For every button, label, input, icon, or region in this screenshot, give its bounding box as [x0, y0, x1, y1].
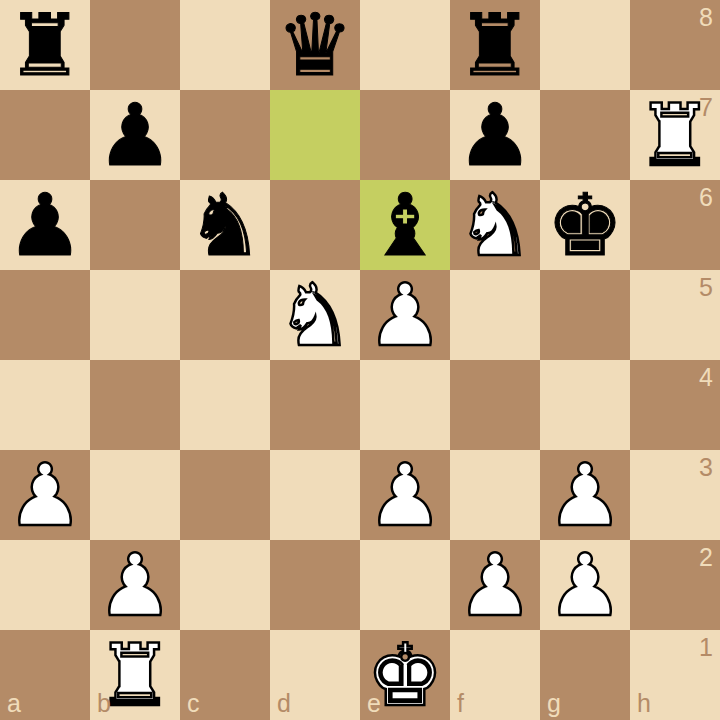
file-label-c: c — [187, 691, 200, 716]
square-e4[interactable] — [360, 360, 450, 450]
file-label-h: h — [637, 691, 651, 716]
square-g6[interactable]: ♚ — [540, 180, 630, 270]
square-g8[interactable] — [540, 0, 630, 90]
square-b1[interactable]: b♜ — [90, 630, 180, 720]
rank-label-2: 2 — [699, 545, 713, 570]
piece-white-pawn-f2[interactable]: ♟ — [450, 540, 540, 630]
square-e5[interactable]: ♟ — [360, 270, 450, 360]
square-e1[interactable]: e♚ — [360, 630, 450, 720]
square-d7[interactable] — [270, 90, 360, 180]
square-a2[interactable] — [0, 540, 90, 630]
square-c6[interactable]: ♞ — [180, 180, 270, 270]
square-f7[interactable]: ♟ — [450, 90, 540, 180]
square-h2[interactable]: 2 — [630, 540, 720, 630]
square-h5[interactable]: 5 — [630, 270, 720, 360]
square-b6[interactable] — [90, 180, 180, 270]
square-f8[interactable]: ♜ — [450, 0, 540, 90]
piece-white-pawn-a3[interactable]: ♟ — [0, 450, 90, 540]
square-f2[interactable]: ♟ — [450, 540, 540, 630]
piece-white-knight-d5[interactable]: ♞ — [270, 270, 360, 360]
rank-label-3: 3 — [699, 455, 713, 480]
rank-label-4: 4 — [699, 365, 713, 390]
square-h1[interactable]: 1h — [630, 630, 720, 720]
square-c7[interactable] — [180, 90, 270, 180]
piece-white-pawn-g2[interactable]: ♟ — [540, 540, 630, 630]
piece-white-king-e1[interactable]: ♚ — [360, 630, 450, 720]
square-f5[interactable] — [450, 270, 540, 360]
piece-black-bishop-e6[interactable]: ♝ — [360, 180, 450, 270]
square-h3[interactable]: 3 — [630, 450, 720, 540]
square-e8[interactable] — [360, 0, 450, 90]
square-c3[interactable] — [180, 450, 270, 540]
square-c4[interactable] — [180, 360, 270, 450]
square-d2[interactable] — [270, 540, 360, 630]
piece-black-pawn-b7[interactable]: ♟ — [90, 90, 180, 180]
square-b4[interactable] — [90, 360, 180, 450]
piece-white-pawn-e3[interactable]: ♟ — [360, 450, 450, 540]
square-b5[interactable] — [90, 270, 180, 360]
square-d5[interactable]: ♞ — [270, 270, 360, 360]
square-c1[interactable]: c — [180, 630, 270, 720]
square-g7[interactable] — [540, 90, 630, 180]
square-a1[interactable]: a — [0, 630, 90, 720]
square-g4[interactable] — [540, 360, 630, 450]
square-a5[interactable] — [0, 270, 90, 360]
rank-label-1: 1 — [699, 635, 713, 660]
square-d8[interactable]: ♛ — [270, 0, 360, 90]
square-a7[interactable] — [0, 90, 90, 180]
file-label-a: a — [7, 691, 21, 716]
square-b2[interactable]: ♟ — [90, 540, 180, 630]
square-c5[interactable] — [180, 270, 270, 360]
square-b7[interactable]: ♟ — [90, 90, 180, 180]
square-g3[interactable]: ♟ — [540, 450, 630, 540]
piece-white-pawn-g3[interactable]: ♟ — [540, 450, 630, 540]
square-b8[interactable] — [90, 0, 180, 90]
square-h6[interactable]: 6 — [630, 180, 720, 270]
square-h7[interactable]: 7♜ — [630, 90, 720, 180]
square-e2[interactable] — [360, 540, 450, 630]
square-f6[interactable]: ♞ — [450, 180, 540, 270]
piece-black-king-g6[interactable]: ♚ — [540, 180, 630, 270]
piece-white-rook-h7[interactable]: ♜ — [630, 90, 720, 180]
square-h4[interactable]: 4 — [630, 360, 720, 450]
file-label-g: g — [547, 691, 561, 716]
square-c2[interactable] — [180, 540, 270, 630]
piece-black-pawn-f7[interactable]: ♟ — [450, 90, 540, 180]
piece-white-rook-b1[interactable]: ♜ — [90, 630, 180, 720]
piece-white-pawn-b2[interactable]: ♟ — [90, 540, 180, 630]
piece-black-pawn-a6[interactable]: ♟ — [0, 180, 90, 270]
square-g2[interactable]: ♟ — [540, 540, 630, 630]
square-f4[interactable] — [450, 360, 540, 450]
rank-label-5: 5 — [699, 275, 713, 300]
square-a3[interactable]: ♟ — [0, 450, 90, 540]
rank-label-8: 8 — [699, 5, 713, 30]
piece-black-knight-c6[interactable]: ♞ — [180, 180, 270, 270]
square-f1[interactable]: f — [450, 630, 540, 720]
rank-label-6: 6 — [699, 185, 713, 210]
piece-black-rook-a8[interactable]: ♜ — [0, 0, 90, 90]
square-b3[interactable] — [90, 450, 180, 540]
square-e6[interactable]: ♝ — [360, 180, 450, 270]
square-f3[interactable] — [450, 450, 540, 540]
square-a8[interactable]: ♜ — [0, 0, 90, 90]
square-d6[interactable] — [270, 180, 360, 270]
file-label-f: f — [457, 691, 464, 716]
piece-black-queen-d8[interactable]: ♛ — [270, 0, 360, 90]
square-a4[interactable] — [0, 360, 90, 450]
square-d3[interactable] — [270, 450, 360, 540]
square-h8[interactable]: 8 — [630, 0, 720, 90]
square-a6[interactable]: ♟ — [0, 180, 90, 270]
square-d1[interactable]: d — [270, 630, 360, 720]
square-g1[interactable]: g — [540, 630, 630, 720]
piece-white-knight-f6[interactable]: ♞ — [450, 180, 540, 270]
square-c8[interactable] — [180, 0, 270, 90]
piece-white-pawn-e5[interactable]: ♟ — [360, 270, 450, 360]
file-label-d: d — [277, 691, 291, 716]
square-g5[interactable] — [540, 270, 630, 360]
square-e3[interactable]: ♟ — [360, 450, 450, 540]
chess-board[interactable]: ♜♛♜8♟♟7♜♟♞♝♞♚6♞♟54♟♟♟3♟♟♟2ab♜cde♚fg1h — [0, 0, 720, 720]
square-d4[interactable] — [270, 360, 360, 450]
square-e7[interactable] — [360, 90, 450, 180]
piece-black-rook-f8[interactable]: ♜ — [450, 0, 540, 90]
